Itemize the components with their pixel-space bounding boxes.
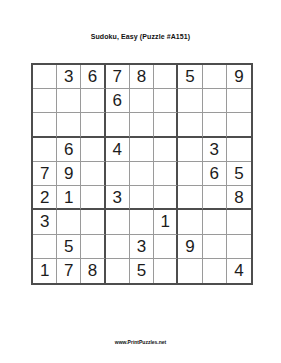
cell-r6c4-given: 3 [106, 186, 130, 210]
cell-r2c2-empty [57, 89, 81, 113]
cell-r5c1-given: 7 [33, 162, 57, 186]
cell-r3c5-empty [130, 113, 154, 137]
cell-r2c9-empty [227, 89, 251, 113]
cell-r2c7-empty [178, 89, 202, 113]
cell-r5c4-empty [106, 162, 130, 186]
cell-r3c4-empty [106, 113, 130, 137]
cell-r6c1-given: 2 [33, 186, 57, 210]
cell-r7c4-empty [106, 210, 130, 234]
cell-r2c1-empty [33, 89, 57, 113]
cell-r4c1-empty [33, 138, 57, 162]
cell-r5c5-empty [130, 162, 154, 186]
cell-r7c1-given: 3 [33, 210, 57, 234]
cell-r6c6-empty [154, 186, 178, 210]
cell-r4c2-given: 6 [57, 138, 81, 162]
cell-r8c8-empty [203, 235, 227, 259]
cell-r4c4-given: 4 [106, 138, 130, 162]
cell-r1c2-given: 3 [57, 65, 81, 89]
footer-url: www.PrintPuzzles.net [0, 339, 281, 345]
cell-r9c8-empty [203, 259, 227, 283]
cell-r8c9-empty [227, 235, 251, 259]
cell-r6c2-given: 1 [57, 186, 81, 210]
cell-r4c3-empty [81, 138, 105, 162]
cell-r8c6-empty [154, 235, 178, 259]
cell-r3c6-empty [154, 113, 178, 137]
cell-r2c6-empty [154, 89, 178, 113]
cell-r3c2-empty [57, 113, 81, 137]
cell-r6c9-given: 8 [227, 186, 251, 210]
cell-r1c3-given: 6 [81, 65, 105, 89]
cell-r9c5-given: 5 [130, 259, 154, 283]
cell-r2c8-empty [203, 89, 227, 113]
cell-r3c8-empty [203, 113, 227, 137]
cell-r7c2-empty [57, 210, 81, 234]
cell-r1c7-given: 5 [178, 65, 202, 89]
cell-r2c3-empty [81, 89, 105, 113]
cell-r1c8-empty [203, 65, 227, 89]
cell-r7c7-empty [178, 210, 202, 234]
cell-r6c8-empty [203, 186, 227, 210]
cell-r1c6-empty [154, 65, 178, 89]
cell-r3c7-empty [178, 113, 202, 137]
cell-r4c8-given: 3 [203, 138, 227, 162]
cell-r7c9-empty [227, 210, 251, 234]
cell-r2c5-empty [130, 89, 154, 113]
cell-r9c7-empty [178, 259, 202, 283]
cell-r6c3-empty [81, 186, 105, 210]
cell-r1c4-given: 7 [106, 65, 130, 89]
cell-r8c2-given: 5 [57, 235, 81, 259]
cell-r3c3-empty [81, 113, 105, 137]
cell-r2c4-given: 6 [106, 89, 130, 113]
cell-r7c6-given: 1 [154, 210, 178, 234]
cell-r8c4-empty [106, 235, 130, 259]
cell-r3c9-empty [227, 113, 251, 137]
cell-r6c5-empty [130, 186, 154, 210]
cell-r1c5-given: 8 [130, 65, 154, 89]
cell-r3c1-empty [33, 113, 57, 137]
cell-r5c2-given: 9 [57, 162, 81, 186]
cell-r9c3-given: 8 [81, 259, 105, 283]
cell-r5c9-given: 5 [227, 162, 251, 186]
sudoku-board: 3678596643796521383153917854 [31, 63, 253, 285]
cell-r8c1-empty [33, 235, 57, 259]
sudoku-print-page: Sudoku, Easy (Puzzle #A151) 367859664379… [0, 0, 281, 363]
cell-r7c3-empty [81, 210, 105, 234]
cell-r9c6-empty [154, 259, 178, 283]
cell-r4c5-empty [130, 138, 154, 162]
cell-r9c2-given: 7 [57, 259, 81, 283]
cell-r5c7-empty [178, 162, 202, 186]
cell-r4c7-empty [178, 138, 202, 162]
puzzle-title: Sudoku, Easy (Puzzle #A151) [0, 33, 281, 41]
cell-r4c9-empty [227, 138, 251, 162]
cell-r5c3-empty [81, 162, 105, 186]
cell-r9c4-empty [106, 259, 130, 283]
cell-r9c1-given: 1 [33, 259, 57, 283]
cell-r8c5-given: 3 [130, 235, 154, 259]
cell-r1c9-given: 9 [227, 65, 251, 89]
cell-r9c9-given: 4 [227, 259, 251, 283]
cell-r8c7-given: 9 [178, 235, 202, 259]
cell-r6c7-empty [178, 186, 202, 210]
cell-r5c6-empty [154, 162, 178, 186]
cell-r7c8-empty [203, 210, 227, 234]
cell-r1c1-empty [33, 65, 57, 89]
cell-r5c8-given: 6 [203, 162, 227, 186]
cell-r8c3-empty [81, 235, 105, 259]
cell-r4c6-empty [154, 138, 178, 162]
cell-r7c5-empty [130, 210, 154, 234]
